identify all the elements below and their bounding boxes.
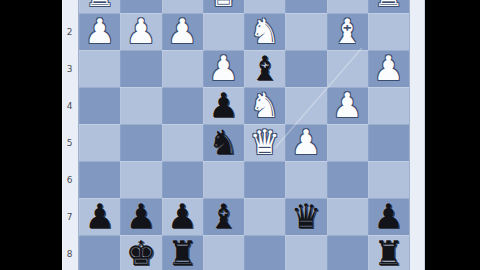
square-e1[interactable]: ♚ (203, 0, 244, 13)
rank-label-4: 4 (62, 100, 77, 112)
square-b4[interactable]: ♟ (327, 87, 368, 124)
square-c6[interactable] (285, 161, 326, 198)
piece-white-pawn[interactable]: ♟ (291, 125, 321, 159)
piece-black-pawn[interactable]: ♟ (167, 199, 197, 233)
square-f4[interactable] (162, 87, 203, 124)
square-d6[interactable] (244, 161, 285, 198)
square-e6[interactable] (203, 161, 244, 198)
piece-black-king[interactable]: ♚ (126, 236, 156, 270)
piece-black-pawn[interactable]: ♟ (84, 199, 114, 233)
piece-black-rook[interactable]: ♜ (167, 236, 197, 270)
square-f6[interactable] (162, 161, 203, 198)
piece-black-pawn[interactable]: ♟ (208, 88, 238, 122)
piece-white-pawn[interactable]: ♟ (126, 14, 156, 48)
piece-white-knight[interactable]: ♞ (249, 14, 279, 48)
square-f8[interactable]: ♜ (162, 235, 203, 270)
square-e4[interactable]: ♟ (203, 87, 244, 124)
piece-white-king[interactable]: ♚ (208, 0, 238, 11)
square-a6[interactable] (368, 161, 409, 198)
square-b2[interactable]: ♝ (327, 13, 368, 50)
square-g2[interactable]: ♟ (120, 13, 161, 50)
square-a4[interactable] (368, 87, 409, 124)
piece-black-rook[interactable]: ♜ (373, 236, 403, 270)
rank-label-2: 2 (62, 26, 77, 38)
piece-white-pawn[interactable]: ♟ (373, 51, 403, 85)
square-h8[interactable] (79, 235, 120, 270)
square-h2[interactable]: ♟ (79, 13, 120, 50)
piece-white-pawn[interactable]: ♟ (167, 14, 197, 48)
square-b6[interactable] (327, 161, 368, 198)
piece-white-pawn[interactable]: ♟ (332, 88, 362, 122)
piece-black-bishop[interactable]: ♝ (249, 51, 279, 85)
square-f7[interactable]: ♟ (162, 198, 203, 235)
square-g6[interactable] (120, 161, 161, 198)
square-a1[interactable]: ♜ (368, 0, 409, 13)
piece-white-pawn[interactable]: ♟ (84, 14, 114, 48)
rank-label-6: 6 (62, 174, 77, 186)
piece-white-rook[interactable]: ♜ (373, 0, 403, 11)
piece-black-bishop[interactable]: ♝ (208, 199, 238, 233)
piece-white-queen[interactable]: ♛ (249, 125, 279, 159)
square-g3[interactable] (120, 50, 161, 87)
square-d5[interactable]: ♛ (244, 124, 285, 161)
square-a5[interactable] (368, 124, 409, 161)
piece-white-rook[interactable]: ♜ (84, 0, 114, 11)
piece-white-pawn[interactable]: ♟ (208, 51, 238, 85)
square-c1[interactable] (285, 0, 326, 13)
square-c3[interactable] (285, 50, 326, 87)
square-d7[interactable] (244, 198, 285, 235)
square-h4[interactable] (79, 87, 120, 124)
piece-white-bishop[interactable]: ♝ (332, 14, 362, 48)
square-a7[interactable]: ♟ (368, 198, 409, 235)
square-e7[interactable]: ♝ (203, 198, 244, 235)
square-d3[interactable]: ♝ (244, 50, 285, 87)
square-a2[interactable] (368, 13, 409, 50)
rank-label-5: 5 (62, 137, 77, 149)
rank-label-3: 3 (62, 63, 77, 75)
square-c7[interactable]: ♛ (285, 198, 326, 235)
square-c5[interactable]: ♟ (285, 124, 326, 161)
square-f5[interactable] (162, 124, 203, 161)
square-b8[interactable] (327, 235, 368, 270)
square-g8[interactable]: ♚ (120, 235, 161, 270)
square-e5[interactable]: ♞ (203, 124, 244, 161)
square-g4[interactable] (120, 87, 161, 124)
square-e3[interactable]: ♟ (203, 50, 244, 87)
chess-board: ♜♚♜♟♟♟♞♝♟♝♟♟♞♟♞♛♟♟♟♟♝♛♟♚♜♜ (78, 0, 410, 270)
square-c4[interactable] (285, 87, 326, 124)
square-f3[interactable] (162, 50, 203, 87)
piece-black-pawn[interactable]: ♟ (126, 199, 156, 233)
rank-label-8: 8 (62, 248, 77, 260)
square-h6[interactable] (79, 161, 120, 198)
square-a8[interactable]: ♜ (368, 235, 409, 270)
piece-white-knight[interactable]: ♞ (249, 88, 279, 122)
square-a3[interactable]: ♟ (368, 50, 409, 87)
rank-label-7: 7 (62, 211, 77, 223)
square-b3[interactable] (327, 50, 368, 87)
square-b5[interactable] (327, 124, 368, 161)
square-d8[interactable] (244, 235, 285, 270)
square-f2[interactable]: ♟ (162, 13, 203, 50)
square-e8[interactable] (203, 235, 244, 270)
square-h7[interactable]: ♟ (79, 198, 120, 235)
letterbox-right (425, 0, 480, 270)
square-h3[interactable] (79, 50, 120, 87)
square-g5[interactable] (120, 124, 161, 161)
piece-black-knight[interactable]: ♞ (208, 125, 238, 159)
square-d4[interactable]: ♞ (244, 87, 285, 124)
piece-black-queen[interactable]: ♛ (291, 199, 321, 233)
square-h5[interactable] (79, 124, 120, 161)
square-g7[interactable]: ♟ (120, 198, 161, 235)
piece-black-pawn[interactable]: ♟ (373, 199, 403, 233)
square-d2[interactable]: ♞ (244, 13, 285, 50)
square-e2[interactable] (203, 13, 244, 50)
square-c2[interactable] (285, 13, 326, 50)
letterbox-left (0, 0, 62, 270)
square-b7[interactable] (327, 198, 368, 235)
square-c8[interactable] (285, 235, 326, 270)
